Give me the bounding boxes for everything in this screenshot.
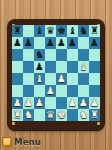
white-pawn: ♟ [56,73,67,85]
square-e8[interactable]: ♚ [56,25,67,37]
square-g1[interactable]: ♞ [78,109,89,121]
white-knight: ♞ [23,109,34,121]
square-g6[interactable] [78,49,89,61]
square-d6[interactable] [45,49,56,61]
white-pawn: ♟ [34,97,45,109]
square-d4[interactable] [45,73,56,85]
square-b3[interactable] [23,85,34,97]
square-f2[interactable]: ♟ [67,97,78,109]
black-bishop: ♝ [67,25,78,37]
square-d1[interactable]: ♛ [45,109,56,121]
square-c6[interactable]: ♞ [34,49,45,61]
square-c8[interactable]: ♝ [34,25,45,37]
white-pawn: ♟ [12,97,23,109]
square-d8[interactable]: ♛ [45,25,56,37]
black-pawn: ♟ [12,37,23,49]
square-g8[interactable]: ♞ [78,25,89,37]
black-pawn: ♟ [34,61,45,73]
square-h3[interactable] [89,85,100,97]
square-b7[interactable]: ♟ [23,37,34,49]
menu-button[interactable]: Menu [2,136,41,148]
square-f6[interactable] [67,49,78,61]
square-f4[interactable] [67,73,78,85]
square-b6[interactable] [23,49,34,61]
square-h2[interactable]: ♟ [89,97,100,109]
square-c7[interactable] [34,37,45,49]
white-rook: ♜ [12,109,23,121]
square-c3[interactable] [34,85,45,97]
square-a5[interactable] [12,61,23,73]
square-a6[interactable] [12,49,23,61]
white-rook: ♜ [89,109,100,121]
square-e4[interactable]: ♟ [56,73,67,85]
chess-board: ♜♝♛♚♝♞♜♟♟♟♟♟♟♞♟♝♝♟♟♟♟♟♟♟♟♜♞♛♚♞♜ [12,25,100,121]
black-pawn: ♟ [45,37,56,49]
white-pawn: ♟ [23,97,34,109]
black-knight: ♞ [78,25,89,37]
white-pawn: ♟ [67,97,78,109]
menu-label: Menu [14,137,41,147]
square-e6[interactable] [56,49,67,61]
square-a4[interactable] [12,73,23,85]
square-f7[interactable]: ♟ [67,37,78,49]
square-b2[interactable]: ♟ [23,97,34,109]
square-h5[interactable] [89,61,100,73]
square-h6[interactable] [89,49,100,61]
white-pawn: ♟ [78,97,89,109]
square-f5[interactable] [67,61,78,73]
square-c1[interactable] [34,109,45,121]
square-h4[interactable] [89,73,100,85]
black-pawn: ♟ [23,37,34,49]
white-bishop: ♝ [34,73,45,85]
white-bishop: ♝ [78,61,89,73]
square-a3[interactable] [12,85,23,97]
square-h7[interactable]: ♟ [89,37,100,49]
square-h1[interactable]: ♜ [89,109,100,121]
square-b8[interactable] [23,25,34,37]
square-c4[interactable]: ♝ [34,73,45,85]
square-a8[interactable]: ♜ [12,25,23,37]
black-king: ♚ [56,25,67,37]
square-g4[interactable] [78,73,89,85]
black-pawn: ♟ [56,37,67,49]
chess-board-frame: ♜♝♛♚♝♞♜♟♟♟♟♟♟♞♟♝♝♟♟♟♟♟♟♟♟♜♞♛♚♞♜ [8,20,104,130]
square-f3[interactable] [67,85,78,97]
black-bishop: ♝ [34,25,45,37]
black-queen: ♛ [45,25,56,37]
square-b1[interactable]: ♞ [23,109,34,121]
square-f1[interactable] [67,109,78,121]
black-pawn: ♟ [89,37,100,49]
square-e5[interactable] [56,61,67,73]
white-queen: ♛ [45,109,56,121]
square-h8[interactable]: ♜ [89,25,100,37]
square-a7[interactable]: ♟ [12,37,23,49]
square-f8[interactable]: ♝ [67,25,78,37]
square-c5[interactable]: ♟ [34,61,45,73]
corner-screw-icon [97,122,100,125]
square-e3[interactable] [56,85,67,97]
game-screen: ♜♝♛♚♝♞♜♟♟♟♟♟♟♞♟♝♝♟♟♟♟♟♟♟♟♜♞♛♚♞♜ Menu [0,0,112,150]
corner-screw-icon [12,122,15,125]
white-knight: ♞ [78,109,89,121]
menu-icon-inner [4,139,10,145]
square-g7[interactable] [78,37,89,49]
square-b4[interactable] [23,73,34,85]
white-king: ♚ [56,109,67,121]
square-g3[interactable] [78,85,89,97]
square-d5[interactable] [45,61,56,73]
square-a1[interactable]: ♜ [12,109,23,121]
square-d7[interactable]: ♟ [45,37,56,49]
black-knight: ♞ [34,49,45,61]
black-pawn: ♟ [67,37,78,49]
square-g2[interactable]: ♟ [78,97,89,109]
square-e2[interactable] [56,97,67,109]
square-g5[interactable]: ♝ [78,61,89,73]
square-a2[interactable]: ♟ [12,97,23,109]
square-e1[interactable]: ♚ [56,109,67,121]
black-rook: ♜ [89,25,100,37]
square-b5[interactable] [23,61,34,73]
square-e7[interactable]: ♟ [56,37,67,49]
square-c2[interactable]: ♟ [34,97,45,109]
white-pawn: ♟ [45,85,56,97]
square-d3[interactable]: ♟ [45,85,56,97]
black-rook: ♜ [12,25,23,37]
menu-icon [2,137,12,147]
square-d2[interactable] [45,97,56,109]
white-pawn: ♟ [89,97,100,109]
